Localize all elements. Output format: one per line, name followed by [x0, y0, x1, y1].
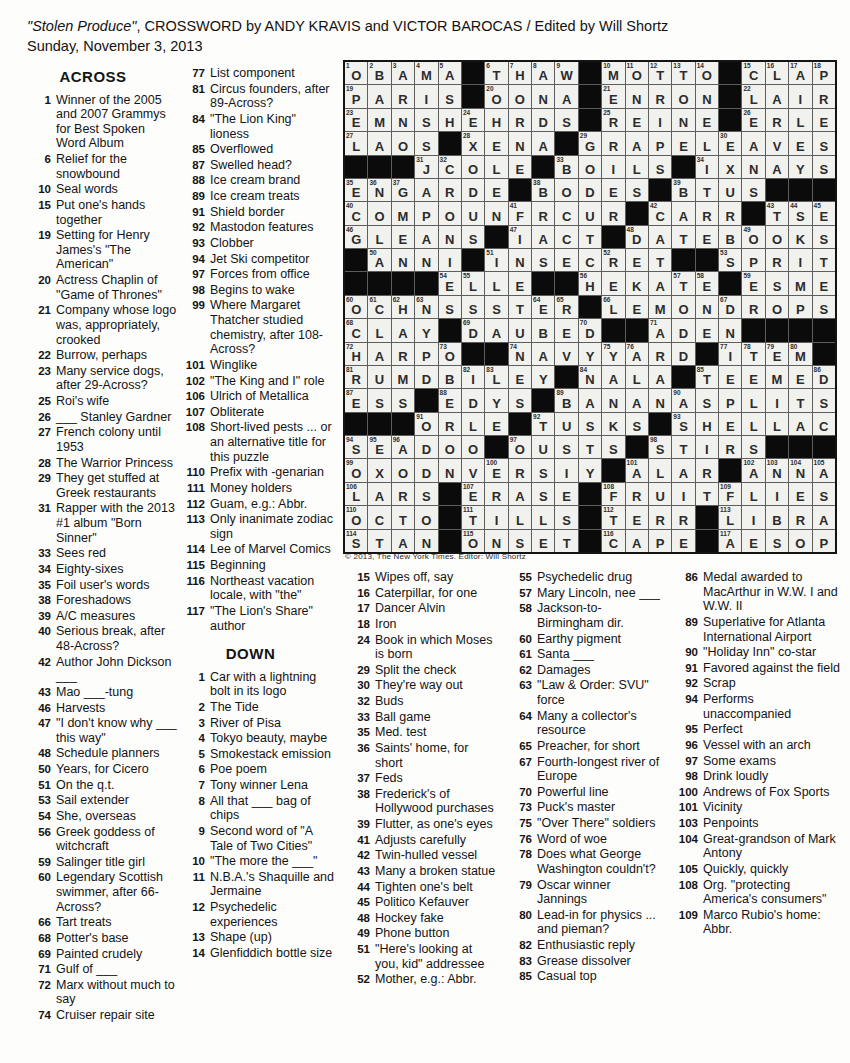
grid-cell[interactable]: I [439, 249, 461, 271]
grid-cell[interactable]: V [766, 132, 788, 154]
grid-cell[interactable]: 38B [532, 179, 554, 201]
grid-cell[interactable]: V [462, 459, 484, 481]
grid-cell[interactable]: N [509, 132, 531, 154]
grid-cell[interactable]: R [439, 179, 461, 201]
grid-cell[interactable]: 33B [555, 156, 577, 178]
grid-cell[interactable]: N [719, 319, 741, 341]
grid-cell[interactable]: R [626, 483, 648, 505]
grid-cell[interactable]: R [742, 296, 764, 318]
grid-cell[interactable]: L [485, 156, 507, 178]
grid-cell[interactable]: S [555, 109, 577, 131]
grid-cell[interactable]: E [602, 272, 624, 294]
grid-cell[interactable]: 28X [462, 132, 484, 154]
grid-cell[interactable]: S [813, 156, 835, 178]
grid-cell[interactable]: 55L [462, 272, 484, 294]
grid-cell[interactable]: I [696, 436, 718, 458]
grid-cell[interactable]: A [368, 483, 390, 505]
grid-cell[interactable]: K [602, 413, 624, 435]
grid-cell[interactable]: 14O [696, 62, 718, 84]
grid-cell[interactable]: 40C [345, 202, 367, 224]
grid-cell[interactable]: 43T [766, 202, 788, 224]
grid-cell[interactable]: T [696, 179, 718, 201]
grid-cell[interactable]: B [439, 366, 461, 388]
grid-cell[interactable]: 26E [742, 109, 764, 131]
grid-cell[interactable]: 110O [345, 506, 367, 528]
grid-cell[interactable]: S [813, 226, 835, 248]
grid-cell[interactable]: 109F [719, 483, 741, 505]
grid-cell[interactable]: 19P [345, 85, 367, 107]
grid-cell[interactable]: 61C [368, 296, 390, 318]
grid-cell[interactable]: 9W [555, 62, 577, 84]
grid-cell[interactable]: M [368, 109, 390, 131]
grid-cell[interactable]: U [579, 202, 601, 224]
grid-cell[interactable]: R [672, 506, 694, 528]
grid-cell[interactable]: U [649, 483, 671, 505]
grid-cell[interactable]: 20O [485, 85, 507, 107]
grid-cell[interactable]: Y [579, 459, 601, 481]
grid-cell[interactable]: I [672, 483, 694, 505]
grid-cell[interactable]: 98S [649, 436, 671, 458]
grid-cell[interactable]: 4M [415, 62, 437, 84]
grid-cell[interactable]: A [766, 85, 788, 107]
grid-cell[interactable]: I [415, 85, 437, 107]
grid-cell[interactable]: S [392, 389, 414, 411]
grid-cell[interactable]: E [719, 413, 741, 435]
grid-cell[interactable]: 17A [789, 62, 811, 84]
grid-cell[interactable]: E [509, 272, 531, 294]
grid-cell[interactable]: 86D [813, 366, 835, 388]
grid-cell[interactable]: N [602, 389, 624, 411]
grid-cell[interactable]: 15C [742, 62, 764, 84]
grid-cell[interactable]: E [532, 530, 554, 552]
grid-cell[interactable]: 79E [766, 343, 788, 365]
grid-cell[interactable]: I [789, 85, 811, 107]
grid-cell[interactable]: H [485, 109, 507, 131]
grid-cell[interactable]: A [532, 343, 554, 365]
grid-cell[interactable]: 111T [462, 506, 484, 528]
grid-cell[interactable]: N [696, 296, 718, 318]
grid-cell[interactable]: E [485, 132, 507, 154]
grid-cell[interactable]: N [672, 109, 694, 131]
grid-cell[interactable]: S [602, 436, 624, 458]
grid-cell[interactable]: K [626, 272, 648, 294]
grid-cell[interactable]: 10M [602, 62, 624, 84]
grid-cell[interactable]: A [789, 413, 811, 435]
grid-cell[interactable]: 116C [602, 530, 624, 552]
grid-cell[interactable]: P [415, 343, 437, 365]
grid-cell[interactable]: 31J [415, 156, 437, 178]
grid-cell[interactable]: O [462, 436, 484, 458]
grid-cell[interactable]: S [742, 179, 764, 201]
grid-cell[interactable]: A [415, 226, 437, 248]
grid-cell[interactable]: 37G [392, 179, 414, 201]
grid-cell[interactable]: P [813, 530, 835, 552]
grid-cell[interactable]: O [439, 436, 461, 458]
grid-cell[interactable]: 99O [345, 459, 367, 481]
grid-cell[interactable]: T [696, 483, 718, 505]
grid-cell[interactable]: 2B [368, 62, 390, 84]
grid-cell[interactable]: L [766, 413, 788, 435]
grid-cell[interactable]: C [579, 249, 601, 271]
grid-cell[interactable]: L [485, 272, 507, 294]
grid-cell[interactable]: 83L [485, 366, 507, 388]
grid-cell[interactable]: 23E [345, 109, 367, 131]
grid-cell[interactable]: A [555, 85, 577, 107]
grid-cell[interactable]: R [766, 249, 788, 271]
grid-cell[interactable]: A [509, 483, 531, 505]
grid-cell[interactable]: N [696, 85, 718, 107]
grid-cell[interactable]: R [392, 483, 414, 505]
grid-cell[interactable]: R [649, 85, 671, 107]
grid-cell[interactable]: A [672, 459, 694, 481]
grid-cell[interactable]: 102A [742, 459, 764, 481]
grid-cell[interactable]: U [509, 319, 531, 341]
grid-cell[interactable]: L [649, 459, 671, 481]
grid-cell[interactable]: L [742, 389, 764, 411]
grid-cell[interactable]: O [555, 179, 577, 201]
grid-cell[interactable]: E [485, 413, 507, 435]
grid-cell[interactable]: R [719, 436, 741, 458]
grid-cell[interactable]: E [626, 296, 648, 318]
grid-cell[interactable]: E [813, 272, 835, 294]
grid-cell[interactable]: 53S [719, 249, 741, 271]
grid-cell[interactable]: 81R [345, 366, 367, 388]
grid-cell[interactable]: A [649, 272, 671, 294]
grid-cell[interactable]: T [555, 530, 577, 552]
grid-cell[interactable]: 5A [439, 62, 461, 84]
grid-cell[interactable]: H [439, 109, 461, 131]
grid-cell[interactable]: N [509, 249, 531, 271]
grid-cell[interactable]: S [532, 483, 554, 505]
grid-cell[interactable]: 108F [602, 483, 624, 505]
grid-cell[interactable]: T [813, 249, 835, 271]
grid-cell[interactable]: 103N [766, 459, 788, 481]
grid-cell[interactable]: S [555, 436, 577, 458]
grid-cell[interactable]: N [485, 530, 507, 552]
grid-cell[interactable]: M [766, 366, 788, 388]
grid-cell[interactable]: 85T [696, 366, 718, 388]
grid-cell[interactable]: E [555, 249, 577, 271]
grid-cell[interactable]: 57T [672, 272, 694, 294]
grid-cell[interactable]: 32C [439, 156, 461, 178]
grid-cell[interactable]: R [392, 85, 414, 107]
grid-cell[interactable]: 69D [462, 319, 484, 341]
grid-cell[interactable]: I [602, 156, 624, 178]
grid-cell[interactable]: O [415, 506, 437, 528]
grid-cell[interactable]: 25R [602, 109, 624, 131]
grid-cell[interactable]: A [368, 343, 390, 365]
grid-cell[interactable]: O [766, 226, 788, 248]
grid-cell[interactable]: O [789, 530, 811, 552]
grid-cell[interactable]: E [626, 109, 648, 131]
grid-cell[interactable]: 1O [345, 62, 367, 84]
grid-cell[interactable]: O [439, 202, 461, 224]
grid-cell[interactable]: S [766, 530, 788, 552]
grid-cell[interactable]: 74N [509, 343, 531, 365]
grid-cell[interactable]: R [485, 483, 507, 505]
grid-cell[interactable]: R [392, 343, 414, 365]
grid-cell[interactable]: C [555, 226, 577, 248]
grid-cell[interactable]: N [415, 530, 437, 552]
grid-cell[interactable]: E [789, 132, 811, 154]
grid-cell[interactable]: S [649, 156, 671, 178]
grid-cell[interactable]: 22L [742, 85, 764, 107]
grid-cell[interactable]: E [602, 179, 624, 201]
grid-cell[interactable]: E [392, 226, 414, 248]
grid-cell[interactable]: D [532, 109, 554, 131]
grid-cell[interactable]: 12T [649, 62, 671, 84]
grid-cell[interactable]: 88E [439, 389, 461, 411]
grid-cell[interactable]: V [555, 343, 577, 365]
grid-cell[interactable]: 92T [532, 413, 554, 435]
grid-cell[interactable]: 18P [813, 62, 835, 84]
grid-cell[interactable]: 30E [719, 132, 741, 154]
grid-cell[interactable]: E [555, 319, 577, 341]
grid-cell[interactable]: 24E [462, 109, 484, 131]
grid-cell[interactable]: 6T [485, 62, 507, 84]
grid-cell[interactable]: O [766, 296, 788, 318]
grid-cell[interactable]: 42C [649, 202, 671, 224]
grid-cell[interactable]: Y [415, 319, 437, 341]
grid-cell[interactable]: 82I [462, 366, 484, 388]
grid-cell[interactable]: A [813, 506, 835, 528]
grid-cell[interactable]: D [415, 366, 437, 388]
grid-cell[interactable]: A [649, 366, 671, 388]
grid-cell[interactable]: E [509, 156, 531, 178]
grid-cell[interactable]: 45E [813, 202, 835, 224]
grid-cell[interactable]: E [626, 249, 648, 271]
grid-cell[interactable]: B [719, 226, 741, 248]
grid-cell[interactable]: Y [485, 389, 507, 411]
grid-cell[interactable]: L [462, 413, 484, 435]
grid-cell[interactable]: A [626, 389, 648, 411]
grid-cell[interactable]: 75Y [602, 343, 624, 365]
grid-cell[interactable]: D [672, 343, 694, 365]
grid-cell[interactable]: 66L [602, 296, 624, 318]
grid-cell[interactable]: L [626, 366, 648, 388]
grid-cell[interactable]: 89B [555, 389, 577, 411]
grid-cell[interactable]: A [392, 530, 414, 552]
grid-cell[interactable]: 90A [672, 389, 694, 411]
grid-cell[interactable]: L [626, 156, 648, 178]
grid-cell[interactable]: A [672, 202, 694, 224]
grid-cell[interactable]: E [672, 132, 694, 154]
grid-cell[interactable]: X [368, 459, 390, 481]
grid-cell[interactable]: O [672, 296, 694, 318]
grid-cell[interactable]: C [368, 506, 390, 528]
grid-cell[interactable]: E [509, 366, 531, 388]
grid-cell[interactable]: Y [532, 366, 554, 388]
grid-cell[interactable]: R [649, 343, 671, 365]
grid-cell[interactable]: D [672, 319, 694, 341]
grid-cell[interactable]: A [392, 319, 414, 341]
grid-cell[interactable]: 117A [719, 530, 741, 552]
grid-cell[interactable]: P [742, 249, 764, 271]
grid-cell[interactable]: S [368, 389, 390, 411]
grid-cell[interactable]: L [742, 483, 764, 505]
grid-cell[interactable]: N [439, 226, 461, 248]
grid-cell[interactable]: 105A [813, 459, 835, 481]
grid-cell[interactable]: Y [579, 343, 601, 365]
grid-cell[interactable]: 95E [368, 436, 390, 458]
grid-cell[interactable]: 63N [415, 296, 437, 318]
grid-cell[interactable]: 11O [626, 62, 648, 84]
grid-cell[interactable]: S [742, 436, 764, 458]
grid-cell[interactable]: 60O [345, 296, 367, 318]
grid-cell[interactable]: L [368, 226, 390, 248]
grid-cell[interactable]: 3A [392, 62, 414, 84]
grid-cell[interactable]: 84N [579, 366, 601, 388]
grid-cell[interactable]: L [696, 132, 718, 154]
grid-cell[interactable]: E [555, 483, 577, 505]
grid-cell[interactable]: A [742, 132, 764, 154]
grid-cell[interactable]: 94S [345, 436, 367, 458]
grid-cell[interactable]: O [392, 459, 414, 481]
grid-cell[interactable]: R [509, 109, 531, 131]
grid-cell[interactable]: R [696, 202, 718, 224]
grid-cell[interactable]: X [719, 156, 741, 178]
grid-cell[interactable]: 104N [789, 459, 811, 481]
grid-cell[interactable]: 36N [368, 179, 390, 201]
grid-cell[interactable]: D [415, 436, 437, 458]
grid-cell[interactable]: E [626, 506, 648, 528]
grid-cell[interactable]: E [719, 366, 741, 388]
grid-cell[interactable]: A [602, 366, 624, 388]
grid-cell[interactable]: M [789, 272, 811, 294]
grid-cell[interactable]: O [368, 202, 390, 224]
grid-cell[interactable]: I [742, 506, 764, 528]
grid-cell[interactable]: S [696, 389, 718, 411]
grid-cell[interactable]: L [789, 109, 811, 131]
grid-cell[interactable]: I [555, 459, 577, 481]
grid-cell[interactable]: 87E [345, 389, 367, 411]
grid-cell[interactable]: 67D [719, 296, 741, 318]
grid-cell[interactable]: A [626, 132, 648, 154]
grid-cell[interactable]: N [742, 156, 764, 178]
grid-cell[interactable]: A [532, 132, 554, 154]
grid-cell[interactable]: P [649, 530, 671, 552]
grid-cell[interactable]: S [509, 389, 531, 411]
grid-cell[interactable]: S [462, 226, 484, 248]
grid-cell[interactable]: R [602, 202, 624, 224]
grid-cell[interactable]: A [579, 389, 601, 411]
grid-cell[interactable]: 65R [555, 296, 577, 318]
grid-cell[interactable]: R [439, 413, 461, 435]
grid-cell[interactable]: 107E [462, 483, 484, 505]
grid-cell[interactable]: A [649, 226, 671, 248]
grid-cell[interactable]: E [789, 483, 811, 505]
grid-cell[interactable]: T [672, 436, 694, 458]
grid-cell[interactable]: B [532, 319, 554, 341]
grid-cell[interactable]: 16L [766, 62, 788, 84]
grid-cell[interactable]: I [649, 109, 671, 131]
grid-cell[interactable]: I [789, 249, 811, 271]
grid-cell[interactable]: 78T [742, 343, 764, 365]
grid-cell[interactable]: 47I [509, 226, 531, 248]
grid-cell[interactable]: S [509, 530, 531, 552]
grid-cell[interactable]: 49O [742, 226, 764, 248]
grid-cell[interactable]: S [626, 179, 648, 201]
grid-cell[interactable]: N [626, 85, 648, 107]
grid-cell[interactable]: A [626, 530, 648, 552]
grid-cell[interactable]: 112T [602, 506, 624, 528]
grid-cell[interactable]: I [766, 483, 788, 505]
grid-cell[interactable]: 62H [392, 296, 414, 318]
grid-cell[interactable]: 91O [415, 413, 437, 435]
grid-cell[interactable]: T [579, 226, 601, 248]
grid-cell[interactable]: P [719, 389, 741, 411]
grid-cell[interactable]: A [415, 179, 437, 201]
grid-cell[interactable]: S [439, 296, 461, 318]
grid-cell[interactable]: A [368, 85, 390, 107]
grid-cell[interactable]: K [789, 226, 811, 248]
grid-cell[interactable]: A [368, 132, 390, 154]
grid-cell[interactable]: C [555, 202, 577, 224]
grid-cell[interactable]: R [649, 506, 671, 528]
grid-cell[interactable]: C [813, 413, 835, 435]
grid-cell[interactable]: A [766, 156, 788, 178]
grid-cell[interactable]: 100E [485, 459, 507, 481]
grid-cell[interactable]: N [415, 249, 437, 271]
grid-cell[interactable]: 76A [626, 343, 648, 365]
grid-cell[interactable]: O [672, 85, 694, 107]
grid-cell[interactable]: 56H [579, 272, 601, 294]
grid-cell[interactable]: 46G [345, 226, 367, 248]
grid-cell[interactable]: 64E [532, 296, 554, 318]
grid-cell[interactable]: D [462, 179, 484, 201]
grid-cell[interactable]: T [579, 436, 601, 458]
grid-cell[interactable]: N [439, 459, 461, 481]
grid-cell[interactable]: M [392, 202, 414, 224]
grid-cell[interactable]: D [579, 179, 601, 201]
grid-cell[interactable]: 101A [626, 459, 648, 481]
grid-cell[interactable]: E [696, 319, 718, 341]
grid-cell[interactable]: 77I [719, 343, 741, 365]
grid-cell[interactable]: S [415, 109, 437, 131]
grid-cell[interactable]: 51I [485, 249, 507, 271]
grid-cell[interactable]: 41F [509, 202, 531, 224]
grid-cell[interactable]: Y [789, 156, 811, 178]
grid-cell[interactable]: 54E [439, 272, 461, 294]
grid-cell[interactable]: 13T [672, 62, 694, 84]
grid-cell[interactable]: L [368, 319, 390, 341]
grid-cell[interactable]: S [415, 483, 437, 505]
grid-cell[interactable]: 97O [509, 436, 531, 458]
grid-cell[interactable]: U [555, 413, 577, 435]
grid-cell[interactable]: 80M [789, 343, 811, 365]
grid-cell[interactable]: S [813, 389, 835, 411]
grid-cell[interactable]: O [509, 85, 531, 107]
grid-cell[interactable]: E [696, 226, 718, 248]
grid-cell[interactable]: 115O [462, 530, 484, 552]
grid-cell[interactable]: H [696, 413, 718, 435]
grid-cell[interactable]: S [532, 249, 554, 271]
grid-cell[interactable]: 113L [719, 506, 741, 528]
grid-cell[interactable]: R [532, 202, 554, 224]
grid-cell[interactable]: S [813, 132, 835, 154]
grid-cell[interactable]: 93S [672, 413, 694, 435]
grid-cell[interactable]: O [392, 132, 414, 154]
grid-cell[interactable]: 50A [368, 249, 390, 271]
grid-cell[interactable]: E [742, 530, 764, 552]
grid-cell[interactable]: S [579, 413, 601, 435]
grid-cell[interactable]: D [415, 459, 437, 481]
grid-cell[interactable]: U [368, 366, 390, 388]
grid-cell[interactable]: S [555, 506, 577, 528]
grid-cell[interactable]: T [649, 249, 671, 271]
grid-cell[interactable]: 73O [439, 343, 461, 365]
grid-cell[interactable]: E [672, 530, 694, 552]
